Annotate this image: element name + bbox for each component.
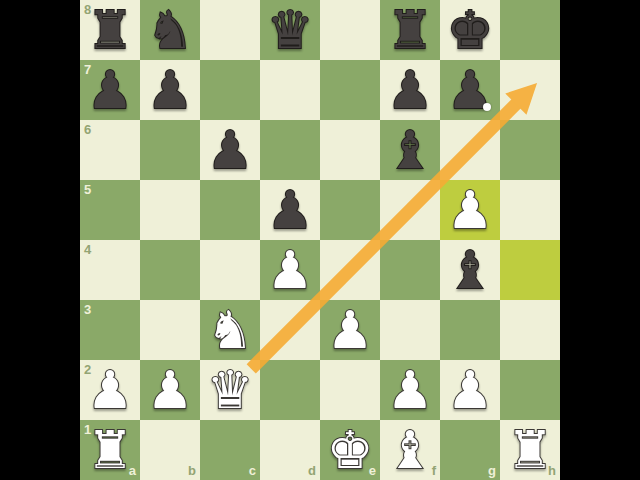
piece-black-pawn[interactable]: ♟ <box>440 60 500 120</box>
rank-label-5: 5 <box>84 183 91 196</box>
square-h8[interactable] <box>500 0 560 60</box>
square-c3[interactable]: ♞ <box>200 300 260 360</box>
rank-label-6: 6 <box>84 123 91 136</box>
square-c1[interactable]: c <box>200 420 260 480</box>
pillarbox-left <box>0 0 80 480</box>
square-g5[interactable]: ♟ <box>440 180 500 240</box>
square-f3[interactable] <box>380 300 440 360</box>
square-a5[interactable]: 5 <box>80 180 140 240</box>
square-g8[interactable]: ♚ <box>440 0 500 60</box>
piece-white-pawn[interactable]: ♟ <box>80 360 140 420</box>
piece-black-king[interactable]: ♚ <box>440 0 500 60</box>
square-c4[interactable] <box>200 240 260 300</box>
square-e8[interactable] <box>320 0 380 60</box>
square-a2[interactable]: 2♟ <box>80 360 140 420</box>
square-h5[interactable] <box>500 180 560 240</box>
square-d6[interactable] <box>260 120 320 180</box>
file-label-c: c <box>249 464 256 477</box>
piece-black-knight[interactable]: ♞ <box>140 0 200 60</box>
square-f2[interactable]: ♟ <box>380 360 440 420</box>
piece-black-rook[interactable]: ♜ <box>380 0 440 60</box>
piece-black-pawn[interactable]: ♟ <box>80 60 140 120</box>
piece-black-bishop[interactable]: ♝ <box>380 120 440 180</box>
square-h2[interactable] <box>500 360 560 420</box>
square-e1[interactable]: e♚ <box>320 420 380 480</box>
square-c6[interactable]: ♟ <box>200 120 260 180</box>
piece-black-pawn[interactable]: ♟ <box>380 60 440 120</box>
piece-white-rook[interactable]: ♜ <box>80 420 140 480</box>
piece-white-pawn[interactable]: ♟ <box>320 300 380 360</box>
square-g3[interactable] <box>440 300 500 360</box>
piece-white-bishop[interactable]: ♝ <box>380 420 440 480</box>
piece-white-queen[interactable]: ♛ <box>200 360 260 420</box>
square-a1[interactable]: 1a♜ <box>80 420 140 480</box>
square-a8[interactable]: 8♜ <box>80 0 140 60</box>
piece-white-king[interactable]: ♚ <box>320 420 380 480</box>
rank-label-3: 3 <box>84 303 91 316</box>
square-h1[interactable]: h♜ <box>500 420 560 480</box>
piece-white-rook[interactable]: ♜ <box>500 420 560 480</box>
square-f8[interactable]: ♜ <box>380 0 440 60</box>
square-b2[interactable]: ♟ <box>140 360 200 420</box>
square-f6[interactable]: ♝ <box>380 120 440 180</box>
square-a7[interactable]: 7♟ <box>80 60 140 120</box>
file-label-b: b <box>188 464 196 477</box>
piece-black-pawn[interactable]: ♟ <box>200 120 260 180</box>
piece-white-pawn[interactable]: ♟ <box>380 360 440 420</box>
file-label-d: d <box>308 464 316 477</box>
piece-white-pawn[interactable]: ♟ <box>440 180 500 240</box>
square-d4[interactable]: ♟ <box>260 240 320 300</box>
square-b1[interactable]: b <box>140 420 200 480</box>
piece-black-bishop[interactable]: ♝ <box>440 240 500 300</box>
square-h7[interactable] <box>500 60 560 120</box>
piece-black-pawn[interactable]: ♟ <box>260 180 320 240</box>
piece-white-pawn[interactable]: ♟ <box>440 360 500 420</box>
square-a3[interactable]: 3 <box>80 300 140 360</box>
piece-white-knight[interactable]: ♞ <box>200 300 260 360</box>
piece-black-pawn[interactable]: ♟ <box>140 60 200 120</box>
square-g2[interactable]: ♟ <box>440 360 500 420</box>
rank-label-4: 4 <box>84 243 91 256</box>
square-h4[interactable] <box>500 240 560 300</box>
pillarbox-right <box>560 0 640 480</box>
square-e5[interactable] <box>320 180 380 240</box>
square-c8[interactable] <box>200 0 260 60</box>
square-b4[interactable] <box>140 240 200 300</box>
square-d3[interactable] <box>260 300 320 360</box>
square-c7[interactable] <box>200 60 260 120</box>
square-e6[interactable] <box>320 120 380 180</box>
square-g4[interactable]: ♝ <box>440 240 500 300</box>
square-e4[interactable] <box>320 240 380 300</box>
square-b8[interactable]: ♞ <box>140 0 200 60</box>
square-d7[interactable] <box>260 60 320 120</box>
piece-black-rook[interactable]: ♜ <box>80 0 140 60</box>
square-f1[interactable]: f♝ <box>380 420 440 480</box>
chess-board: 8♜♞♛♜♚7♟♟♟♟6♟♝5♟♟4♟♝3♞♟2♟♟♛♟♟1a♜bcde♚f♝g… <box>80 0 560 480</box>
square-b5[interactable] <box>140 180 200 240</box>
piece-white-pawn[interactable]: ♟ <box>260 240 320 300</box>
square-a4[interactable]: 4 <box>80 240 140 300</box>
square-a6[interactable]: 6 <box>80 120 140 180</box>
square-b7[interactable]: ♟ <box>140 60 200 120</box>
square-g6[interactable] <box>440 120 500 180</box>
square-d8[interactable]: ♛ <box>260 0 320 60</box>
square-f4[interactable] <box>380 240 440 300</box>
square-e7[interactable] <box>320 60 380 120</box>
square-e2[interactable] <box>320 360 380 420</box>
square-d2[interactable] <box>260 360 320 420</box>
square-g1[interactable]: g <box>440 420 500 480</box>
square-h3[interactable] <box>500 300 560 360</box>
square-d1[interactable]: d <box>260 420 320 480</box>
square-e3[interactable]: ♟ <box>320 300 380 360</box>
square-c5[interactable] <box>200 180 260 240</box>
piece-white-pawn[interactable]: ♟ <box>140 360 200 420</box>
square-f7[interactable]: ♟ <box>380 60 440 120</box>
square-g7[interactable]: ♟ <box>440 60 500 120</box>
file-label-g: g <box>488 464 496 477</box>
square-d5[interactable]: ♟ <box>260 180 320 240</box>
square-b6[interactable] <box>140 120 200 180</box>
piece-black-queen[interactable]: ♛ <box>260 0 320 60</box>
square-b3[interactable] <box>140 300 200 360</box>
square-h6[interactable] <box>500 120 560 180</box>
square-c2[interactable]: ♛ <box>200 360 260 420</box>
square-f5[interactable] <box>380 180 440 240</box>
